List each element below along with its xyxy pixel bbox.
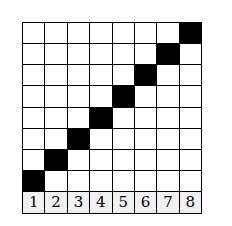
- board-cell: [180, 129, 201, 149]
- board-cell: [113, 23, 134, 43]
- board-cell: [90, 171, 111, 191]
- board-cell: [113, 65, 134, 85]
- board-cell: [68, 65, 89, 85]
- board-cell: [90, 86, 111, 106]
- board-cell: [157, 65, 178, 85]
- column-label: 2: [45, 192, 66, 213]
- board-cell: [135, 108, 156, 128]
- board-cell: [68, 86, 89, 106]
- board-cell: [90, 44, 111, 64]
- filled-cell: [113, 86, 134, 106]
- board-cell: [135, 171, 156, 191]
- board-cell: [180, 86, 201, 106]
- board-cell: [45, 108, 66, 128]
- board-cell: [23, 86, 44, 106]
- board-cell: [180, 150, 201, 170]
- filled-cell: [45, 150, 66, 170]
- board-cell: [180, 108, 201, 128]
- board-cell: [23, 23, 44, 43]
- board-cell: [113, 44, 134, 64]
- board-cell: [113, 171, 134, 191]
- board-cell: [23, 44, 44, 64]
- board-cell: [157, 171, 178, 191]
- board-cell: [68, 108, 89, 128]
- board-cell: [68, 171, 89, 191]
- column-label: 4: [90, 192, 111, 213]
- board-cell: [157, 108, 178, 128]
- board-cell: [45, 171, 66, 191]
- filled-cell: [157, 44, 178, 64]
- board-cell: [157, 129, 178, 149]
- board-cell: [135, 86, 156, 106]
- board-cell: [23, 65, 44, 85]
- puzzle-grid: 12345678: [22, 22, 202, 214]
- board-cell: [45, 65, 66, 85]
- board-cell: [23, 129, 44, 149]
- board-cell: [157, 150, 178, 170]
- board-cell: [23, 108, 44, 128]
- board-cell: [113, 150, 134, 170]
- board-cell: [180, 171, 201, 191]
- board-cell: [135, 44, 156, 64]
- board-cell: [180, 44, 201, 64]
- board-cell: [157, 86, 178, 106]
- board-cell: [23, 150, 44, 170]
- filled-cell: [135, 65, 156, 85]
- board-cell: [157, 23, 178, 43]
- board-cell: [45, 44, 66, 64]
- board-cell: [90, 65, 111, 85]
- board-cell: [45, 23, 66, 43]
- filled-cell: [90, 108, 111, 128]
- board-cell: [135, 23, 156, 43]
- board-cell: [45, 129, 66, 149]
- board-cell: [90, 23, 111, 43]
- filled-cell: [23, 171, 44, 191]
- board-cell: [68, 23, 89, 43]
- board-cell: [113, 129, 134, 149]
- column-label: 8: [180, 192, 201, 213]
- board-cell: [135, 129, 156, 149]
- column-label: 5: [113, 192, 134, 213]
- board-cell: [68, 44, 89, 64]
- board-cell: [135, 150, 156, 170]
- board-cell: [180, 65, 201, 85]
- board-cell: [90, 129, 111, 149]
- board-cell: [90, 150, 111, 170]
- board-cell: [113, 108, 134, 128]
- column-label: 6: [135, 192, 156, 213]
- board-cell: [68, 150, 89, 170]
- filled-cell: [68, 129, 89, 149]
- column-label: 7: [157, 192, 178, 213]
- column-label: 1: [23, 192, 44, 213]
- board-cell: [45, 86, 66, 106]
- board-diagram: 12345678: [0, 0, 232, 226]
- column-label: 3: [68, 192, 89, 213]
- filled-cell: [180, 23, 201, 43]
